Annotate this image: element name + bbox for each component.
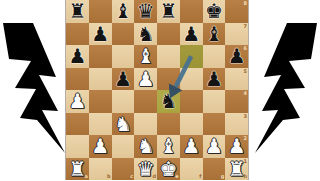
- piece-white-pawn[interactable]: ♟: [137, 68, 155, 88]
- square-g2[interactable]: ♟: [203, 135, 226, 158]
- file-label-f: f: [199, 174, 201, 179]
- square-d3[interactable]: [134, 113, 157, 136]
- square-g5[interactable]: ♟: [203, 68, 226, 91]
- square-f1[interactable]: f: [180, 158, 203, 181]
- square-e7[interactable]: [157, 23, 180, 46]
- piece-white-knight[interactable]: ♞: [114, 113, 132, 133]
- piece-white-knight[interactable]: ♞: [137, 136, 155, 156]
- square-g3[interactable]: [203, 113, 226, 136]
- piece-black-pawn[interactable]: ♟: [205, 68, 223, 88]
- piece-black-bishop[interactable]: ♝: [114, 1, 132, 21]
- file-label-g: g: [221, 174, 225, 179]
- square-a2[interactable]: [66, 135, 89, 158]
- square-b7[interactable]: ♟: [89, 23, 112, 46]
- file-label-a: a: [84, 174, 87, 179]
- square-h2[interactable]: ♟2: [225, 135, 248, 158]
- square-a8[interactable]: ♜: [66, 0, 89, 23]
- square-c5[interactable]: ♟: [112, 68, 135, 91]
- square-b5[interactable]: [89, 68, 112, 91]
- square-h1[interactable]: ♜1h: [225, 158, 248, 181]
- square-e8[interactable]: ♜: [157, 0, 180, 23]
- square-h4[interactable]: 4: [225, 90, 248, 113]
- piece-black-queen[interactable]: ♛: [137, 1, 155, 21]
- piece-black-king[interactable]: ♚: [205, 1, 223, 21]
- square-h6[interactable]: ♟6: [225, 45, 248, 68]
- square-c6[interactable]: [112, 45, 135, 68]
- square-a7[interactable]: [66, 23, 89, 46]
- square-b4[interactable]: [89, 90, 112, 113]
- piece-black-pawn[interactable]: ♟: [91, 23, 109, 43]
- file-label-e: e: [175, 174, 178, 179]
- rank-label-4: 4: [244, 91, 247, 96]
- square-c8[interactable]: ♝: [112, 0, 135, 23]
- piece-black-knight[interactable]: ♞: [159, 91, 177, 111]
- piece-white-pawn[interactable]: ♟: [182, 136, 200, 156]
- piece-white-bishop[interactable]: ♝: [159, 136, 177, 156]
- chess-board[interactable]: ♜♝♛♜♚8♟♞♟♝7♟♝♟6♟♟♟5♟♞4♞3♟♞♝♟♟♟2♜abc♛d♚ef…: [66, 0, 248, 180]
- piece-black-knight[interactable]: ♞: [137, 23, 155, 43]
- square-a1[interactable]: ♜a: [66, 158, 89, 181]
- rank-label-1: 1: [244, 159, 247, 164]
- square-e2[interactable]: ♝: [157, 135, 180, 158]
- rank-label-6: 6: [244, 46, 247, 51]
- square-d7[interactable]: ♞: [134, 23, 157, 46]
- piece-white-pawn[interactable]: ♟: [68, 91, 86, 111]
- rank-label-5: 5: [244, 69, 247, 74]
- file-label-h: h: [243, 174, 247, 179]
- rank-label-3: 3: [244, 114, 247, 119]
- square-f2[interactable]: ♟: [180, 135, 203, 158]
- square-d2[interactable]: ♞: [134, 135, 157, 158]
- file-label-b: b: [107, 174, 111, 179]
- square-h5[interactable]: 5: [225, 68, 248, 91]
- piece-black-pawn[interactable]: ♟: [68, 46, 86, 66]
- square-e4[interactable]: ♞: [157, 90, 180, 113]
- square-h3[interactable]: 3: [225, 113, 248, 136]
- square-c3[interactable]: ♞: [112, 113, 135, 136]
- piece-black-rook[interactable]: ♜: [159, 1, 177, 21]
- square-a6[interactable]: ♟: [66, 45, 89, 68]
- square-g1[interactable]: g: [203, 158, 226, 181]
- square-g6[interactable]: [203, 45, 226, 68]
- right-lightning-bolt-icon: [255, 23, 317, 153]
- square-d8[interactable]: ♛: [134, 0, 157, 23]
- square-d4[interactable]: [134, 90, 157, 113]
- square-f5[interactable]: [180, 68, 203, 91]
- square-h8[interactable]: 8: [225, 0, 248, 23]
- piece-white-pawn[interactable]: ♟: [91, 136, 109, 156]
- file-label-d: d: [152, 174, 156, 179]
- square-f7[interactable]: ♟: [180, 23, 203, 46]
- square-a4[interactable]: ♟: [66, 90, 89, 113]
- square-b6[interactable]: [89, 45, 112, 68]
- square-g8[interactable]: ♚: [203, 0, 226, 23]
- square-d6[interactable]: ♝: [134, 45, 157, 68]
- square-f3[interactable]: [180, 113, 203, 136]
- square-e3[interactable]: [157, 113, 180, 136]
- left-lightning-bolt-icon: [3, 23, 65, 153]
- square-h7[interactable]: 7: [225, 23, 248, 46]
- piece-white-pawn[interactable]: ♟: [205, 136, 223, 156]
- square-d5[interactable]: ♟: [134, 68, 157, 91]
- square-c4[interactable]: [112, 90, 135, 113]
- square-b8[interactable]: [89, 0, 112, 23]
- rank-label-8: 8: [244, 1, 247, 6]
- square-e5[interactable]: [157, 68, 180, 91]
- square-f8[interactable]: [180, 0, 203, 23]
- piece-black-bishop[interactable]: ♝: [205, 23, 223, 43]
- square-b2[interactable]: ♟: [89, 135, 112, 158]
- piece-black-pawn[interactable]: ♟: [182, 23, 200, 43]
- square-e1[interactable]: ♚e: [157, 158, 180, 181]
- square-b1[interactable]: b: [89, 158, 112, 181]
- square-g4[interactable]: [203, 90, 226, 113]
- square-b3[interactable]: [89, 113, 112, 136]
- square-c1[interactable]: c: [112, 158, 135, 181]
- piece-black-pawn[interactable]: ♟: [114, 68, 132, 88]
- square-c7[interactable]: [112, 23, 135, 46]
- square-f4[interactable]: [180, 90, 203, 113]
- square-a3[interactable]: [66, 113, 89, 136]
- piece-black-rook[interactable]: ♜: [68, 1, 86, 21]
- square-c2[interactable]: [112, 135, 135, 158]
- video-thumbnail-canvas: ♜♝♛♜♚8♟♞♟♝7♟♝♟6♟♟♟5♟♞4♞3♟♞♝♟♟♟2♜abc♛d♚ef…: [0, 0, 320, 180]
- square-a5[interactable]: [66, 68, 89, 91]
- rank-label-7: 7: [244, 24, 247, 29]
- file-label-c: c: [130, 174, 133, 179]
- rank-label-2: 2: [244, 136, 247, 141]
- square-f6[interactable]: [180, 45, 203, 68]
- square-e6[interactable]: [157, 45, 180, 68]
- piece-white-bishop[interactable]: ♝: [137, 46, 155, 66]
- square-g7[interactable]: ♝: [203, 23, 226, 46]
- square-d1[interactable]: ♛d: [134, 158, 157, 181]
